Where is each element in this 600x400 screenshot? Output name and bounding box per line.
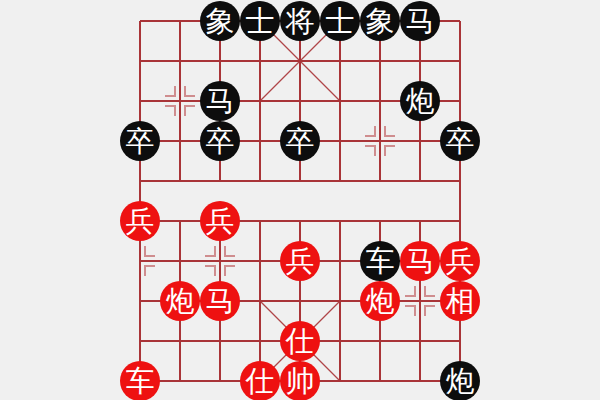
point-5-6[interactable] <box>320 241 360 281</box>
point-6-3[interactable] <box>360 121 400 161</box>
point-5-5[interactable] <box>320 201 360 241</box>
point-2-3[interactable]: 卒 <box>200 121 240 161</box>
point-7-6[interactable]: 马 <box>400 241 440 281</box>
point-0-5[interactable]: 兵 <box>120 201 160 241</box>
point-7-2[interactable]: 炮 <box>400 81 440 121</box>
point-4-1[interactable] <box>280 41 320 81</box>
point-0-1[interactable] <box>120 41 160 81</box>
point-4-6[interactable]: 兵 <box>280 241 320 281</box>
point-6-1[interactable] <box>360 41 400 81</box>
point-3-9[interactable]: 仕 <box>240 361 280 400</box>
point-marker <box>365 126 376 137</box>
point-6-6[interactable]: 车 <box>360 241 400 281</box>
point-7-3[interactable] <box>400 121 440 161</box>
piece-red-rook[interactable]: 车 <box>120 361 160 400</box>
point-7-1[interactable] <box>400 41 440 81</box>
point-6-0[interactable]: 象 <box>360 1 400 41</box>
point-0-3[interactable]: 卒 <box>120 121 160 161</box>
piece-red-general[interactable]: 帅 <box>280 361 320 400</box>
piece-black-soldier[interactable]: 卒 <box>440 121 480 161</box>
piece-black-soldier[interactable]: 卒 <box>200 121 240 161</box>
piece-black-soldier[interactable]: 卒 <box>280 121 320 161</box>
point-3-0[interactable]: 士 <box>240 1 280 41</box>
point-1-5[interactable] <box>160 201 200 241</box>
point-marker <box>365 145 376 156</box>
point-marker <box>384 145 395 156</box>
point-3-6[interactable] <box>240 241 280 281</box>
point-0-4[interactable] <box>120 161 160 201</box>
point-5-9[interactable] <box>320 361 360 400</box>
point-1-2[interactable] <box>160 81 200 121</box>
point-7-5[interactable] <box>400 201 440 241</box>
piece-red-elephant[interactable]: 相 <box>440 281 480 321</box>
point-7-7[interactable] <box>400 281 440 321</box>
point-8-4[interactable] <box>440 161 480 201</box>
board-area: 象士将士象马马炮卒卒卒卒兵兵兵车马兵炮马炮相仕车仕帅炮 <box>0 0 600 400</box>
piece-red-advisor[interactable]: 仕 <box>240 361 280 400</box>
point-marker <box>224 246 235 257</box>
point-marker <box>205 246 216 257</box>
point-6-5[interactable] <box>360 201 400 241</box>
point-marker <box>165 86 176 97</box>
piece-red-soldier[interactable]: 兵 <box>200 201 240 241</box>
point-6-8[interactable] <box>360 321 400 361</box>
point-8-2[interactable] <box>440 81 480 121</box>
point-5-4[interactable] <box>320 161 360 201</box>
point-5-3[interactable] <box>320 121 360 161</box>
point-marker <box>405 286 416 297</box>
piece-red-horse[interactable]: 马 <box>400 241 440 281</box>
point-4-3[interactable]: 卒 <box>280 121 320 161</box>
point-6-7[interactable]: 炮 <box>360 281 400 321</box>
point-marker <box>205 265 216 276</box>
point-3-4[interactable] <box>240 161 280 201</box>
point-5-7[interactable] <box>320 281 360 321</box>
piece-red-soldier[interactable]: 兵 <box>280 241 320 281</box>
point-marker <box>184 86 195 97</box>
point-6-2[interactable] <box>360 81 400 121</box>
point-4-5[interactable] <box>280 201 320 241</box>
piece-black-advisor[interactable]: 士 <box>320 1 360 41</box>
point-8-5[interactable] <box>440 201 480 241</box>
point-7-0[interactable]: 马 <box>400 1 440 41</box>
point-marker <box>424 286 435 297</box>
piece-black-horse[interactable]: 马 <box>400 1 440 41</box>
point-8-3[interactable]: 卒 <box>440 121 480 161</box>
point-7-9[interactable] <box>400 361 440 400</box>
piece-red-horse[interactable]: 马 <box>200 281 240 321</box>
point-1-3[interactable] <box>160 121 200 161</box>
point-marker <box>224 265 235 276</box>
point-4-2[interactable] <box>280 81 320 121</box>
piece-black-horse[interactable]: 马 <box>200 81 240 121</box>
point-1-4[interactable] <box>160 161 200 201</box>
point-2-0[interactable]: 象 <box>200 1 240 41</box>
point-2-5[interactable]: 兵 <box>200 201 240 241</box>
point-1-8[interactable] <box>160 321 200 361</box>
point-0-7[interactable] <box>120 281 160 321</box>
point-3-2[interactable] <box>240 81 280 121</box>
piece-black-cannon[interactable]: 炮 <box>400 81 440 121</box>
point-4-9[interactable]: 帅 <box>280 361 320 400</box>
point-8-1[interactable] <box>440 41 480 81</box>
point-4-4[interactable] <box>280 161 320 201</box>
point-3-5[interactable] <box>240 201 280 241</box>
point-3-7[interactable] <box>240 281 280 321</box>
point-5-8[interactable] <box>320 321 360 361</box>
piece-red-soldier[interactable]: 兵 <box>440 241 480 281</box>
point-marker <box>144 246 155 257</box>
point-2-6[interactable] <box>200 241 240 281</box>
point-2-7[interactable]: 马 <box>200 281 240 321</box>
point-2-1[interactable] <box>200 41 240 81</box>
piece-black-elephant[interactable]: 象 <box>200 1 240 41</box>
point-7-4[interactable] <box>400 161 440 201</box>
point-1-6[interactable] <box>160 241 200 281</box>
point-2-2[interactable]: 马 <box>200 81 240 121</box>
piece-black-cannon[interactable]: 炮 <box>440 361 480 400</box>
point-4-7[interactable] <box>280 281 320 321</box>
piece-red-cannon[interactable]: 炮 <box>360 281 400 321</box>
point-5-1[interactable] <box>320 41 360 81</box>
point-1-7[interactable]: 炮 <box>160 281 200 321</box>
point-6-4[interactable] <box>360 161 400 201</box>
piece-black-soldier[interactable]: 卒 <box>120 121 160 161</box>
piece-red-soldier[interactable]: 兵 <box>120 201 160 241</box>
point-2-4[interactable] <box>200 161 240 201</box>
point-0-0[interactable] <box>120 1 160 41</box>
piece-red-cannon[interactable]: 炮 <box>160 281 200 321</box>
point-5-0[interactable]: 士 <box>320 1 360 41</box>
point-8-7[interactable]: 相 <box>440 281 480 321</box>
point-0-2[interactable] <box>120 81 160 121</box>
point-marker <box>405 305 416 316</box>
point-marker <box>165 105 176 116</box>
point-0-6[interactable] <box>120 241 160 281</box>
point-marker <box>144 265 155 276</box>
point-3-1[interactable] <box>240 41 280 81</box>
point-8-8[interactable] <box>440 321 480 361</box>
board-grid: 象士将士象马马炮卒卒卒卒兵兵兵车马兵炮马炮相仕车仕帅炮 <box>120 1 480 400</box>
point-2-9[interactable] <box>200 361 240 400</box>
piece-black-elephant[interactable]: 象 <box>360 1 400 41</box>
point-8-6[interactable]: 兵 <box>440 241 480 281</box>
point-8-0[interactable] <box>440 1 480 41</box>
piece-black-advisor[interactable]: 士 <box>240 1 280 41</box>
point-4-0[interactable]: 将 <box>280 1 320 41</box>
point-3-8[interactable] <box>240 321 280 361</box>
point-7-8[interactable] <box>400 321 440 361</box>
piece-black-general[interactable]: 将 <box>280 1 320 41</box>
point-4-8[interactable]: 仕 <box>280 321 320 361</box>
point-1-9[interactable] <box>160 361 200 400</box>
point-5-2[interactable] <box>320 81 360 121</box>
point-0-9[interactable]: 车 <box>120 361 160 400</box>
point-8-9[interactable]: 炮 <box>440 361 480 400</box>
point-1-1[interactable] <box>160 41 200 81</box>
point-marker <box>184 105 195 116</box>
point-0-8[interactable] <box>120 321 160 361</box>
point-3-3[interactable] <box>240 121 280 161</box>
point-marker <box>424 305 435 316</box>
piece-red-advisor[interactable]: 仕 <box>280 321 320 361</box>
point-1-0[interactable] <box>160 1 200 41</box>
piece-black-rook[interactable]: 车 <box>360 241 400 281</box>
point-2-8[interactable] <box>200 321 240 361</box>
point-marker <box>384 126 395 137</box>
point-6-9[interactable] <box>360 361 400 400</box>
